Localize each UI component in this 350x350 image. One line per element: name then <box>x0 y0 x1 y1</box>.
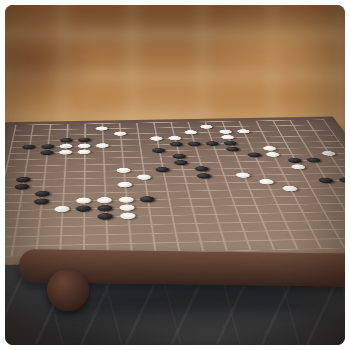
white-stone <box>116 168 130 173</box>
black-stone <box>33 198 49 204</box>
photo-frame: Go <box>0 0 350 350</box>
white-stone <box>117 182 132 188</box>
black-stone <box>306 158 322 163</box>
white-stone <box>235 172 251 178</box>
white-stone <box>119 204 135 211</box>
white-stone <box>290 164 306 169</box>
white-stone <box>118 197 133 203</box>
white-stone <box>236 129 250 133</box>
black-stone <box>194 166 209 171</box>
white-stone <box>78 143 91 148</box>
black-stone <box>76 205 91 212</box>
photo: Go <box>5 5 345 345</box>
black-stone <box>187 141 201 146</box>
black-stone <box>40 150 54 155</box>
black-stone <box>34 191 49 197</box>
black-stone <box>14 184 29 190</box>
white-stone <box>137 174 152 180</box>
white-stone <box>76 197 91 203</box>
black-stone <box>152 148 166 153</box>
black-stone <box>287 158 303 163</box>
white-stone <box>114 131 127 135</box>
black-stone <box>98 205 113 212</box>
white-stone <box>184 130 198 134</box>
white-stone <box>168 136 182 141</box>
white-stone <box>97 197 112 203</box>
black-stone <box>223 141 237 146</box>
black-stone <box>246 152 261 157</box>
black-stone <box>337 177 345 183</box>
white-stone <box>265 152 280 157</box>
white-stone <box>54 206 70 213</box>
white-stone <box>96 143 109 148</box>
white-stone <box>221 135 235 140</box>
black-stone <box>60 138 73 143</box>
black-stone <box>22 144 36 149</box>
black-stone <box>16 177 31 183</box>
black-stone <box>196 173 211 179</box>
white-stone <box>78 149 91 154</box>
black-stone <box>318 178 335 184</box>
white-stone <box>262 146 277 151</box>
black-stone <box>78 138 91 143</box>
go-board-surface <box>5 117 345 266</box>
white-stone <box>120 213 136 220</box>
black-stone <box>169 142 183 147</box>
white-stone <box>219 130 233 134</box>
white-stone <box>59 144 72 149</box>
black-stone <box>139 196 155 202</box>
white-stone <box>150 136 163 141</box>
white-stone <box>59 150 72 155</box>
black-stone <box>173 160 188 165</box>
black-stone <box>41 144 54 149</box>
board-leg <box>47 269 89 311</box>
white-stone <box>258 179 275 185</box>
white-stone <box>281 186 298 192</box>
white-stone <box>200 125 214 129</box>
black-stone <box>98 213 114 220</box>
black-stone <box>155 167 170 172</box>
black-stone <box>172 154 186 159</box>
grid-lines <box>5 119 345 257</box>
black-stone <box>225 147 240 152</box>
white-stone <box>96 126 108 130</box>
black-stone <box>205 141 219 146</box>
white-stone <box>321 151 337 156</box>
